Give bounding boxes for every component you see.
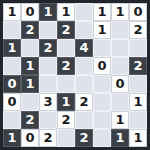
cell-r4c5[interactable] — [75, 57, 93, 75]
cell-r6c6[interactable] — [93, 93, 111, 111]
cell-r7c7[interactable]: 1 — [111, 111, 129, 129]
cell-r2c6[interactable]: 1 — [93, 21, 111, 39]
cell-r3c3[interactable]: 2 — [39, 39, 57, 57]
cell-r7c4[interactable]: 2 — [57, 111, 75, 129]
cell-r5c8[interactable] — [129, 75, 147, 93]
cell-r5c7[interactable]: 0 — [111, 75, 129, 93]
cell-r2c5[interactable] — [75, 21, 93, 39]
cell-r5c3[interactable] — [39, 75, 57, 93]
mosaic-grid: 10111102212124120201003121221102211 — [3, 3, 147, 147]
cell-r7c3[interactable] — [39, 111, 57, 129]
cell-r8c4[interactable] — [57, 129, 75, 147]
cell-r6c4[interactable]: 1 — [57, 93, 75, 111]
cell-r8c3[interactable]: 2 — [39, 129, 57, 147]
cell-r4c2[interactable]: 1 — [21, 57, 39, 75]
cell-r2c1[interactable] — [3, 21, 21, 39]
mosaic-board-frame: 10111102212124120201003121221102211 — [0, 0, 150, 150]
cell-r8c7[interactable]: 1 — [111, 129, 129, 147]
cell-r4c3[interactable] — [39, 57, 57, 75]
cell-r4c6[interactable]: 0 — [93, 57, 111, 75]
cell-r7c8[interactable] — [129, 111, 147, 129]
cell-r3c7[interactable] — [111, 39, 129, 57]
cell-r1c3[interactable]: 1 — [39, 3, 57, 21]
cell-r8c6[interactable] — [93, 129, 111, 147]
cell-r2c2[interactable]: 2 — [21, 21, 39, 39]
cell-r3c2[interactable] — [21, 39, 39, 57]
cell-r4c1[interactable] — [3, 57, 21, 75]
cell-r7c5[interactable] — [75, 111, 93, 129]
cell-r8c8[interactable]: 1 — [129, 129, 147, 147]
cell-r8c5[interactable]: 2 — [75, 129, 93, 147]
cell-r6c7[interactable] — [111, 93, 129, 111]
cell-r6c2[interactable] — [21, 93, 39, 111]
cell-r3c4[interactable] — [57, 39, 75, 57]
cell-r1c6[interactable]: 1 — [93, 3, 111, 21]
cell-r5c1[interactable]: 0 — [3, 75, 21, 93]
cell-r6c5[interactable]: 2 — [75, 93, 93, 111]
cell-r3c6[interactable] — [93, 39, 111, 57]
cell-r2c7[interactable] — [111, 21, 129, 39]
cell-r1c8[interactable]: 0 — [129, 3, 147, 21]
cell-r5c6[interactable] — [93, 75, 111, 93]
cell-r1c2[interactable]: 0 — [21, 3, 39, 21]
cell-r3c5[interactable]: 4 — [75, 39, 93, 57]
cell-r2c3[interactable] — [39, 21, 57, 39]
cell-r3c8[interactable] — [129, 39, 147, 57]
cell-r2c4[interactable]: 2 — [57, 21, 75, 39]
cell-r6c1[interactable]: 0 — [3, 93, 21, 111]
cell-r1c4[interactable]: 1 — [57, 3, 75, 21]
cell-r1c1[interactable]: 1 — [3, 3, 21, 21]
cell-r7c1[interactable] — [3, 111, 21, 129]
cell-r8c2[interactable]: 0 — [21, 129, 39, 147]
cell-r6c8[interactable]: 1 — [129, 93, 147, 111]
cell-r6c3[interactable]: 3 — [39, 93, 57, 111]
cell-r1c7[interactable]: 1 — [111, 3, 129, 21]
cell-r1c5[interactable] — [75, 3, 93, 21]
cell-r8c1[interactable]: 1 — [3, 129, 21, 147]
cell-r7c6[interactable] — [93, 111, 111, 129]
cell-r4c4[interactable]: 2 — [57, 57, 75, 75]
cell-r5c5[interactable] — [75, 75, 93, 93]
cell-r4c7[interactable] — [111, 57, 129, 75]
cell-r4c8[interactable]: 2 — [129, 57, 147, 75]
cell-r2c8[interactable]: 2 — [129, 21, 147, 39]
cell-r5c2[interactable]: 1 — [21, 75, 39, 93]
cell-r7c2[interactable]: 2 — [21, 111, 39, 129]
cell-r3c1[interactable]: 1 — [3, 39, 21, 57]
cell-r5c4[interactable] — [57, 75, 75, 93]
